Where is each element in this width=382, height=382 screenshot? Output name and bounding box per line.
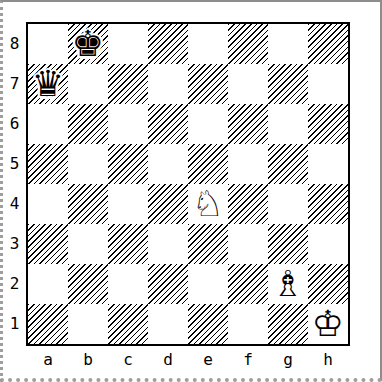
square-b3[interactable] <box>68 224 108 264</box>
black-king[interactable]: ♚ <box>68 24 108 64</box>
square-b8[interactable]: ♚ <box>68 24 108 64</box>
rank-label-6: 6 <box>3 104 26 144</box>
rank-label-1: 1 <box>3 304 26 344</box>
square-a4[interactable] <box>28 184 68 224</box>
square-d5[interactable] <box>148 144 188 184</box>
square-b4[interactable] <box>68 184 108 224</box>
square-a6[interactable] <box>28 104 68 144</box>
chess-board: ♚♛♘♗♔ <box>26 22 350 346</box>
file-label-g: g <box>268 347 308 373</box>
square-h5[interactable] <box>308 144 348 184</box>
square-g2[interactable]: ♗ <box>268 264 308 304</box>
square-c2[interactable] <box>108 264 148 304</box>
square-c3[interactable] <box>108 224 148 264</box>
square-g5[interactable] <box>268 144 308 184</box>
square-f3[interactable] <box>228 224 268 264</box>
rank-label-8: 8 <box>3 24 26 64</box>
square-a5[interactable] <box>28 144 68 184</box>
square-f6[interactable] <box>228 104 268 144</box>
square-h8[interactable] <box>308 24 348 64</box>
rank-label-4: 4 <box>3 184 26 224</box>
square-b1[interactable] <box>68 304 108 344</box>
square-h1[interactable]: ♔ <box>308 304 348 344</box>
square-a8[interactable] <box>28 24 68 64</box>
file-label-f: f <box>228 347 268 373</box>
square-e2[interactable] <box>188 264 228 304</box>
square-b5[interactable] <box>68 144 108 184</box>
square-b7[interactable] <box>68 64 108 104</box>
file-label-d: d <box>148 347 188 373</box>
square-e1[interactable] <box>188 304 228 344</box>
chess-diagram-frame: ♚♛♘♗♔ 87654321 abcdefgh <box>0 0 382 382</box>
square-d8[interactable] <box>148 24 188 64</box>
square-d6[interactable] <box>148 104 188 144</box>
square-g4[interactable] <box>268 184 308 224</box>
square-g7[interactable] <box>268 64 308 104</box>
square-e7[interactable] <box>188 64 228 104</box>
square-a1[interactable] <box>28 304 68 344</box>
square-d7[interactable] <box>148 64 188 104</box>
white-knight[interactable]: ♘ <box>188 184 228 224</box>
square-e4[interactable]: ♘ <box>188 184 228 224</box>
square-c5[interactable] <box>108 144 148 184</box>
square-h7[interactable] <box>308 64 348 104</box>
square-c7[interactable] <box>108 64 148 104</box>
rank-label-7: 7 <box>3 64 26 104</box>
file-label-e: e <box>188 347 228 373</box>
file-label-h: h <box>308 347 348 373</box>
white-king[interactable]: ♔ <box>308 304 348 344</box>
square-g6[interactable] <box>268 104 308 144</box>
square-d3[interactable] <box>148 224 188 264</box>
square-f2[interactable] <box>228 264 268 304</box>
square-c4[interactable] <box>108 184 148 224</box>
square-f4[interactable] <box>228 184 268 224</box>
square-e5[interactable] <box>188 144 228 184</box>
square-b6[interactable] <box>68 104 108 144</box>
square-f7[interactable] <box>228 64 268 104</box>
square-h2[interactable] <box>308 264 348 304</box>
white-bishop[interactable]: ♗ <box>268 264 308 304</box>
square-a2[interactable] <box>28 264 68 304</box>
square-g8[interactable] <box>268 24 308 64</box>
square-e3[interactable] <box>188 224 228 264</box>
square-h3[interactable] <box>308 224 348 264</box>
square-h6[interactable] <box>308 104 348 144</box>
square-e8[interactable] <box>188 24 228 64</box>
square-c6[interactable] <box>108 104 148 144</box>
file-label-c: c <box>108 347 148 373</box>
square-g3[interactable] <box>268 224 308 264</box>
file-label-a: a <box>28 347 68 373</box>
square-d2[interactable] <box>148 264 188 304</box>
square-d1[interactable] <box>148 304 188 344</box>
square-a7[interactable]: ♛ <box>28 64 68 104</box>
square-a3[interactable] <box>28 224 68 264</box>
rank-label-3: 3 <box>3 224 26 264</box>
square-g1[interactable] <box>268 304 308 344</box>
square-e6[interactable] <box>188 104 228 144</box>
square-f1[interactable] <box>228 304 268 344</box>
rank-label-5: 5 <box>3 144 26 184</box>
square-f5[interactable] <box>228 144 268 184</box>
square-h4[interactable] <box>308 184 348 224</box>
rank-label-2: 2 <box>3 264 26 304</box>
square-f8[interactable] <box>228 24 268 64</box>
file-label-b: b <box>68 347 108 373</box>
square-b2[interactable] <box>68 264 108 304</box>
black-queen[interactable]: ♛ <box>28 64 68 104</box>
square-d4[interactable] <box>148 184 188 224</box>
square-c1[interactable] <box>108 304 148 344</box>
square-c8[interactable] <box>108 24 148 64</box>
